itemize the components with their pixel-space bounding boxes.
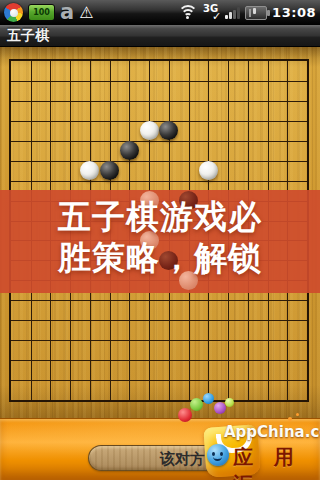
wifi-icon xyxy=(178,5,198,20)
status-bar: 100 a ⚠ 3G ✓ 13:08 xyxy=(0,0,320,25)
turn-status-text: 该对方 xyxy=(160,450,205,469)
black-stone xyxy=(100,161,119,180)
promo-line1: 五子棋游戏必 xyxy=(0,196,320,237)
white-stone xyxy=(199,161,218,180)
black-stone xyxy=(159,121,178,140)
grid-hline xyxy=(11,360,307,361)
app-title: 五子棋 xyxy=(0,27,49,45)
battery-level-text: 100 xyxy=(33,9,50,17)
promo-text: 五子棋游戏必 胜策略，解锁 xyxy=(0,196,320,278)
phone-screen: 100 a ⚠ 3G ✓ 13:08 五子棋 五子棋游戏必 胜策略，解锁 xyxy=(0,0,320,480)
title-bar: 五子棋 xyxy=(0,25,320,47)
warning-triangle-icon: ⚠ xyxy=(79,5,93,21)
battery-status-icon xyxy=(245,6,267,20)
grid-hline xyxy=(11,340,307,341)
battery-100-icon: 100 xyxy=(28,4,55,21)
check-icon: ✓ xyxy=(212,11,221,22)
appchina-status-icon: a xyxy=(60,3,74,22)
promo-overlay[interactable]: 五子棋游戏必 胜策略，解锁 xyxy=(0,190,320,293)
grid-hline xyxy=(11,141,307,142)
grid-hline xyxy=(11,121,307,122)
turn-status-pill: 该对方 xyxy=(88,445,220,471)
network-3g-icon: 3G ✓ xyxy=(203,4,220,21)
signal-bars-icon xyxy=(225,6,240,19)
grid-hline xyxy=(11,320,307,321)
clock-text: 13:08 xyxy=(272,5,316,20)
grid-hline xyxy=(11,181,307,182)
grid-hline xyxy=(11,161,307,162)
colorwheel-app-icon xyxy=(4,3,23,22)
grid-hline xyxy=(11,101,307,102)
grid-hline xyxy=(11,81,307,82)
promo-line2: 胜策略，解锁 xyxy=(0,237,320,278)
black-stone xyxy=(120,141,139,160)
grid-hline xyxy=(11,300,307,301)
grid-hline xyxy=(11,380,307,381)
white-stone xyxy=(80,161,99,180)
bottom-bar: 该对方 xyxy=(0,418,320,480)
white-stone xyxy=(140,121,159,140)
